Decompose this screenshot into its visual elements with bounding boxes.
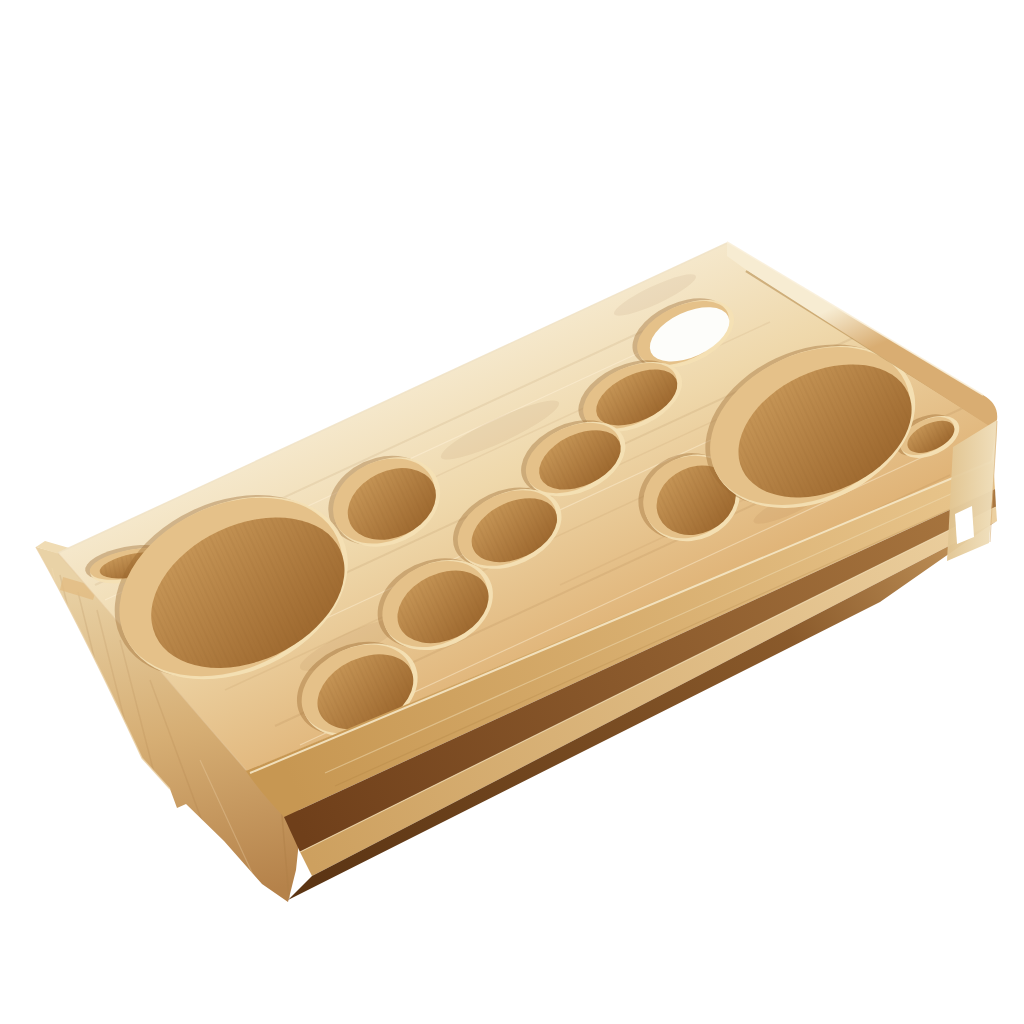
bamboo-rack-photo — [0, 0, 1024, 1024]
product-photo — [0, 0, 1024, 1024]
photo-canvas — [0, 0, 1024, 1024]
